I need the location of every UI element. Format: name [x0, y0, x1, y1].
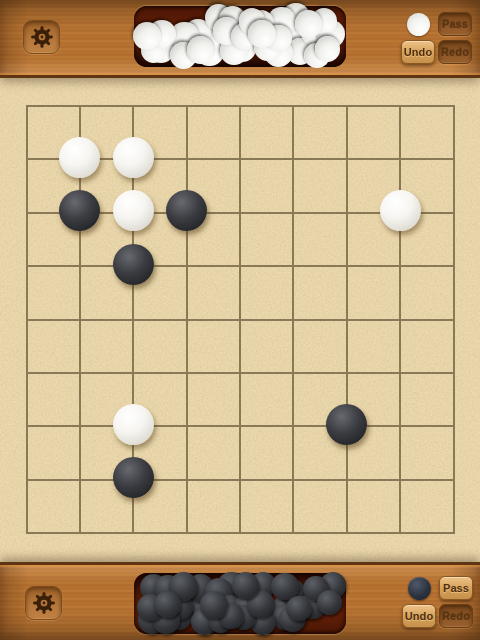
white-stone-glyph: ○: [113, 404, 154, 445]
white-stone-glyph: ○: [59, 137, 100, 178]
grid-line: [292, 105, 294, 534]
settings-button-top[interactable]: [23, 20, 60, 54]
board-stone-black: ●: [59, 190, 100, 231]
white-stone-tray: [134, 6, 346, 67]
grid-line: [26, 372, 455, 374]
grid-line: [26, 425, 455, 427]
go-app-screen: ○○●○●○●○●● Pass Undo Redo: [0, 0, 480, 640]
settings-button-bottom[interactable]: [25, 586, 62, 620]
board-stone-white: ○: [113, 190, 154, 231]
board-stone-white: ○: [59, 137, 100, 178]
pass-button-top[interactable]: Pass: [438, 12, 472, 36]
white-stone-glyph: ○: [113, 137, 154, 178]
tray-stone-black: [286, 596, 311, 621]
board-stone-white: ○: [380, 190, 421, 231]
grid-line: [346, 105, 348, 534]
black-stone-glyph: ●: [326, 404, 367, 445]
grid-line: [26, 479, 455, 481]
grid-line: [453, 105, 455, 534]
tray-stone-black: [317, 590, 342, 615]
black-stone-glyph: ●: [59, 190, 100, 231]
redo-button-bottom[interactable]: Redo: [439, 604, 473, 628]
white-stone-glyph: ○: [380, 190, 421, 231]
bottom-player-bar: Pass Undo Redo: [0, 562, 480, 640]
tray-stone-white: [248, 20, 276, 48]
gear-icon: [31, 590, 57, 616]
grid-line: [399, 105, 401, 534]
undo-button-top[interactable]: Undo: [401, 40, 435, 64]
tray-stone-white: [295, 10, 323, 38]
pass-button-bottom[interactable]: Pass: [439, 576, 473, 600]
redo-button-top[interactable]: Redo: [438, 40, 472, 64]
grid-line: [26, 319, 455, 321]
gear-icon: [29, 24, 55, 50]
black-stone-indicator: [408, 577, 431, 600]
tray-stone-black: [154, 591, 181, 618]
black-stone-glyph: ●: [113, 244, 154, 285]
top-player-bar: Pass Undo Redo: [0, 0, 480, 78]
board-stone-black: ●: [326, 404, 367, 445]
board-stone-white: ○: [113, 404, 154, 445]
black-stone-glyph: ●: [166, 190, 207, 231]
board-stone-white: ○: [113, 137, 154, 178]
tray-stone-white: [187, 36, 214, 63]
tray-stone-black: [200, 591, 228, 619]
board-stone-black: ●: [166, 190, 207, 231]
tray-stone-white: [315, 37, 340, 62]
go-board[interactable]: ○○●○●○●○●●: [0, 78, 480, 562]
white-stone-glyph: ○: [113, 190, 154, 231]
bottom-player-controls: Pass Undo Redo: [402, 576, 473, 628]
black-stone-glyph: ●: [113, 457, 154, 498]
board-stone-black: ●: [113, 457, 154, 498]
board-stone-black: ●: [113, 244, 154, 285]
grid-line: [26, 532, 455, 534]
undo-button-bottom[interactable]: Undo: [402, 604, 436, 628]
white-stone-indicator: [407, 13, 430, 36]
black-stone-tray: [134, 573, 346, 634]
top-player-controls: Pass Undo Redo: [401, 12, 472, 64]
